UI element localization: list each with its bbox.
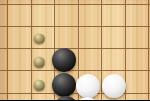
board-cell[interactable] xyxy=(54,4,78,26)
board-cell[interactable] xyxy=(125,4,149,26)
board-grid xyxy=(0,0,150,100)
board-cell[interactable] xyxy=(78,4,102,26)
board-cell[interactable] xyxy=(101,4,125,26)
board-cell[interactable] xyxy=(31,70,55,93)
board-cell[interactable] xyxy=(78,26,102,48)
board-cell[interactable] xyxy=(78,70,102,93)
board-cell[interactable] xyxy=(0,26,7,48)
board-cell[interactable] xyxy=(101,70,125,93)
board-cell[interactable] xyxy=(54,70,78,93)
board-cell[interactable] xyxy=(31,26,55,48)
board-cell[interactable] xyxy=(78,48,102,70)
board-cell[interactable] xyxy=(54,93,78,101)
board-cell[interactable] xyxy=(31,48,55,70)
board-cell[interactable] xyxy=(7,93,31,101)
board-cell[interactable] xyxy=(54,26,78,48)
board-cell[interactable] xyxy=(54,48,78,70)
board-cell[interactable] xyxy=(148,70,150,93)
board-cell[interactable] xyxy=(148,26,150,48)
board-cell[interactable] xyxy=(7,4,31,26)
board-cell[interactable] xyxy=(0,70,7,93)
board-cell[interactable] xyxy=(7,26,31,48)
game-screen xyxy=(0,0,150,100)
board-cell[interactable] xyxy=(31,4,55,26)
board-cell[interactable] xyxy=(101,26,125,48)
board-cell[interactable] xyxy=(7,70,31,93)
board-cell[interactable] xyxy=(125,93,149,101)
board-cell[interactable] xyxy=(148,93,150,101)
board-cell[interactable] xyxy=(148,4,150,26)
gomoku-board[interactable] xyxy=(0,0,150,100)
board-cell[interactable] xyxy=(31,93,55,101)
board-cell[interactable] xyxy=(125,48,149,70)
board-cell[interactable] xyxy=(101,93,125,101)
board-cell[interactable] xyxy=(7,48,31,70)
board-cell[interactable] xyxy=(101,48,125,70)
board-cell[interactable] xyxy=(125,70,149,93)
board-cell[interactable] xyxy=(78,93,102,101)
board-cell[interactable] xyxy=(0,4,7,26)
board-cell[interactable] xyxy=(125,26,149,48)
board-cell[interactable] xyxy=(0,48,7,70)
board-cell[interactable] xyxy=(0,93,7,101)
board-cell[interactable] xyxy=(148,48,150,70)
